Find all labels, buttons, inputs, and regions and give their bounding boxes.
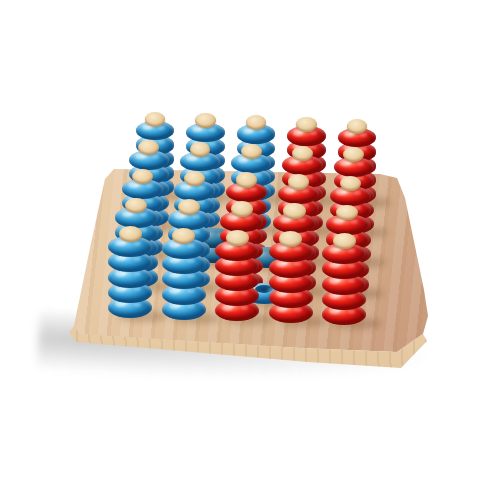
product-photo-scene [0,0,500,500]
pieces-layer [0,0,500,500]
peg-cap [296,117,316,132]
peg-stack-r5c5-red[interactable] [322,233,366,325]
peg-cap [288,174,310,189]
peg-cap [347,119,367,134]
peg-cap [178,199,200,215]
peg-stack-r5c3-red[interactable] [215,230,259,322]
peg-cap [231,201,253,217]
peg-cap [283,203,305,219]
peg-stack-r5c2-blue[interactable] [162,228,206,320]
peg-cap [236,172,258,187]
peg-cap [172,228,195,244]
peg-cap [333,233,356,249]
peg-cap [226,230,249,246]
peg-cap [246,115,266,130]
peg-cap [195,113,215,128]
peg-stack-r5c4-red[interactable] [269,231,313,323]
peg-cap [241,144,262,159]
peg-cap [119,226,142,242]
peg-cap [145,112,165,127]
peg-cap [292,146,313,161]
peg-stack-r5c1-blue[interactable] [108,226,152,318]
